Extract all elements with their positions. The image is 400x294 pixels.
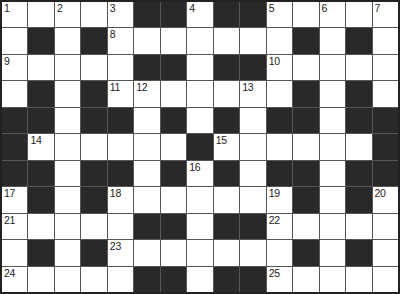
white-cell[interactable] (161, 28, 186, 53)
white-cell[interactable] (28, 2, 53, 27)
black-cell (214, 214, 239, 239)
white-cell[interactable] (320, 108, 345, 133)
white-cell[interactable] (134, 28, 159, 53)
white-cell[interactable] (187, 28, 212, 53)
white-cell[interactable] (267, 28, 292, 53)
white-cell[interactable] (161, 81, 186, 106)
black-cell (373, 108, 398, 133)
white-cell[interactable]: 6 (320, 2, 345, 27)
white-cell[interactable]: 3 (108, 2, 133, 27)
white-cell[interactable]: 11 (108, 81, 133, 106)
black-cell (134, 2, 159, 27)
white-cell[interactable] (108, 267, 133, 292)
black-cell (293, 161, 318, 186)
white-cell[interactable] (81, 55, 106, 80)
white-cell[interactable] (55, 81, 80, 106)
black-cell (134, 55, 159, 80)
white-cell[interactable] (214, 187, 239, 212)
white-cell[interactable] (134, 240, 159, 265)
clue-number: 16 (189, 161, 200, 173)
white-cell[interactable] (55, 134, 80, 159)
black-cell (161, 214, 186, 239)
black-cell (28, 240, 53, 265)
white-cell[interactable]: 21 (2, 214, 27, 239)
clue-number: 6 (322, 2, 328, 14)
white-cell[interactable] (108, 134, 133, 159)
black-cell (161, 108, 186, 133)
black-cell (161, 161, 186, 186)
black-cell (214, 108, 239, 133)
white-cell[interactable] (346, 55, 371, 80)
clue-number: 22 (269, 214, 280, 226)
black-cell (28, 187, 53, 212)
clue-number: 1 (4, 2, 10, 14)
white-cell[interactable] (267, 240, 292, 265)
white-cell[interactable] (134, 187, 159, 212)
clue-number: 14 (30, 134, 41, 146)
clue-number: 2 (57, 2, 63, 14)
black-cell (134, 267, 159, 292)
black-cell (81, 187, 106, 212)
white-cell[interactable]: 8 (108, 28, 133, 53)
black-cell (346, 108, 371, 133)
white-cell[interactable] (55, 214, 80, 239)
white-cell[interactable] (134, 108, 159, 133)
black-cell (2, 134, 27, 159)
white-cell[interactable] (320, 240, 345, 265)
white-cell[interactable] (293, 134, 318, 159)
black-cell (28, 81, 53, 106)
clue-number: 13 (242, 81, 253, 93)
white-cell[interactable] (293, 267, 318, 292)
white-cell[interactable] (161, 134, 186, 159)
white-cell[interactable] (2, 28, 27, 53)
white-cell[interactable]: 20 (373, 187, 398, 212)
black-cell (293, 240, 318, 265)
white-cell[interactable] (373, 28, 398, 53)
white-cell[interactable] (81, 267, 106, 292)
black-cell (293, 28, 318, 53)
white-cell[interactable] (187, 55, 212, 80)
black-cell (346, 240, 371, 265)
black-cell (240, 214, 265, 239)
white-cell[interactable] (346, 2, 371, 27)
white-cell[interactable] (187, 267, 212, 292)
black-cell (81, 108, 106, 133)
clue-number: 12 (136, 81, 147, 93)
white-cell[interactable]: 25 (267, 267, 292, 292)
white-cell[interactable]: 19 (267, 187, 292, 212)
white-cell[interactable] (240, 28, 265, 53)
white-cell[interactable]: 7 (373, 2, 398, 27)
white-cell[interactable]: 24 (2, 267, 27, 292)
clue-number: 5 (269, 2, 275, 14)
white-cell[interactable] (55, 240, 80, 265)
white-cell[interactable] (320, 134, 345, 159)
white-cell[interactable]: 2 (55, 2, 80, 27)
white-cell[interactable] (240, 240, 265, 265)
white-cell[interactable] (214, 28, 239, 53)
white-cell[interactable] (320, 187, 345, 212)
clue-number: 15 (216, 134, 227, 146)
white-cell[interactable] (320, 28, 345, 53)
clue-number: 17 (4, 187, 15, 199)
clue-number: 24 (4, 267, 15, 279)
black-cell (161, 267, 186, 292)
white-cell[interactable]: 13 (240, 81, 265, 106)
white-cell[interactable]: 14 (28, 134, 53, 159)
white-cell[interactable]: 10 (267, 55, 292, 80)
black-cell (81, 161, 106, 186)
white-cell[interactable] (55, 28, 80, 53)
white-cell[interactable] (81, 2, 106, 27)
black-cell (28, 28, 53, 53)
clue-number: 19 (269, 187, 280, 199)
white-cell[interactable] (81, 214, 106, 239)
white-cell[interactable]: 15 (214, 134, 239, 159)
black-cell (134, 214, 159, 239)
black-cell (346, 28, 371, 53)
black-cell (108, 108, 133, 133)
white-cell[interactable] (320, 267, 345, 292)
clue-number: 18 (110, 187, 121, 199)
white-cell[interactable]: 16 (187, 161, 212, 186)
black-cell (28, 161, 53, 186)
white-cell[interactable]: 9 (2, 55, 27, 80)
white-cell[interactable] (2, 240, 27, 265)
white-cell[interactable]: 5 (267, 2, 292, 27)
white-cell[interactable] (187, 81, 212, 106)
black-cell (240, 2, 265, 27)
white-cell[interactable] (108, 55, 133, 80)
white-cell[interactable]: 23 (108, 240, 133, 265)
black-cell (346, 161, 371, 186)
black-cell (187, 134, 212, 159)
white-cell[interactable] (161, 187, 186, 212)
clue-number: 3 (110, 2, 116, 14)
clue-number: 23 (110, 240, 121, 252)
white-cell[interactable] (373, 240, 398, 265)
black-cell (293, 108, 318, 133)
white-cell[interactable] (240, 161, 265, 186)
white-cell[interactable] (346, 214, 371, 239)
white-cell[interactable]: 18 (108, 187, 133, 212)
clue-number: 20 (375, 187, 386, 199)
crossword-board: 1234567891011121314151617181920212223242… (0, 0, 400, 294)
white-cell[interactable]: 22 (267, 214, 292, 239)
white-cell[interactable] (55, 161, 80, 186)
white-cell[interactable]: 12 (134, 81, 159, 106)
white-cell[interactable]: 17 (2, 187, 27, 212)
white-cell[interactable] (373, 214, 398, 239)
clue-number: 9 (4, 55, 10, 67)
clue-number: 7 (375, 2, 381, 14)
white-cell[interactable] (187, 240, 212, 265)
white-cell[interactable] (2, 81, 27, 106)
white-cell[interactable] (373, 267, 398, 292)
black-cell (214, 2, 239, 27)
white-cell[interactable] (240, 187, 265, 212)
clue-number: 4 (189, 2, 195, 14)
black-cell (293, 187, 318, 212)
white-cell[interactable] (161, 240, 186, 265)
white-cell[interactable]: 4 (187, 2, 212, 27)
black-cell (346, 187, 371, 212)
white-cell[interactable] (187, 108, 212, 133)
white-cell[interactable] (134, 134, 159, 159)
white-cell[interactable] (293, 214, 318, 239)
white-cell[interactable] (108, 214, 133, 239)
white-cell[interactable]: 1 (2, 2, 27, 27)
black-cell (214, 161, 239, 186)
black-cell (293, 81, 318, 106)
black-cell (267, 161, 292, 186)
white-cell[interactable] (28, 214, 53, 239)
black-cell (240, 267, 265, 292)
black-cell (267, 108, 292, 133)
white-cell[interactable] (293, 2, 318, 27)
white-cell[interactable] (187, 187, 212, 212)
white-cell[interactable] (373, 55, 398, 80)
black-cell (28, 108, 53, 133)
white-cell[interactable] (320, 55, 345, 80)
black-cell (161, 55, 186, 80)
white-cell[interactable] (55, 267, 80, 292)
clue-number: 10 (269, 55, 280, 67)
white-cell[interactable] (187, 214, 212, 239)
clue-number: 11 (110, 81, 120, 93)
black-cell (81, 28, 106, 53)
black-cell (2, 161, 27, 186)
black-cell (346, 81, 371, 106)
white-cell[interactable] (267, 81, 292, 106)
white-cell[interactable] (81, 134, 106, 159)
black-cell (161, 2, 186, 27)
black-cell (240, 55, 265, 80)
white-cell[interactable] (346, 134, 371, 159)
white-cell[interactable] (293, 55, 318, 80)
white-cell[interactable] (346, 267, 371, 292)
white-cell[interactable] (55, 108, 80, 133)
white-cell[interactable] (28, 55, 53, 80)
white-cell[interactable] (214, 81, 239, 106)
black-cell (81, 240, 106, 265)
black-cell (81, 81, 106, 106)
black-cell (214, 55, 239, 80)
black-cell (373, 161, 398, 186)
white-cell[interactable] (214, 240, 239, 265)
white-cell[interactable] (134, 161, 159, 186)
black-cell (214, 267, 239, 292)
white-cell[interactable] (55, 187, 80, 212)
white-cell[interactable] (320, 214, 345, 239)
white-cell[interactable] (28, 267, 53, 292)
white-cell[interactable] (240, 108, 265, 133)
clue-number: 8 (110, 28, 116, 40)
white-cell[interactable] (55, 55, 80, 80)
white-cell[interactable] (320, 81, 345, 106)
black-cell (108, 161, 133, 186)
clue-number: 25 (269, 267, 280, 279)
black-cell (373, 134, 398, 159)
white-cell[interactable] (240, 134, 265, 159)
clue-number: 21 (4, 214, 15, 226)
white-cell[interactable] (373, 81, 398, 106)
black-cell (2, 108, 27, 133)
white-cell[interactable] (267, 134, 292, 159)
white-cell[interactable] (320, 161, 345, 186)
